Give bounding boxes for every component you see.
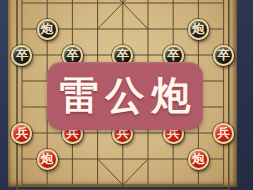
board-point-8-6: 兵 [211,120,236,146]
piece-red-pawn[interactable]: 兵 [213,123,234,144]
piece-black-pawn[interactable]: 卒 [11,45,32,66]
xiangqi-screenshot: 炮炮卒卒卒卒卒兵兵兵兵兵炮炮 雷公炮 [0,0,253,190]
board-point-1-2: 炮 [35,16,60,42]
piece-black-pawn[interactable]: 卒 [213,45,234,66]
piece-black-cannon[interactable]: 炮 [188,19,209,40]
board-point-0-3: 卒 [9,42,34,68]
board-point-8-3: 卒 [211,42,236,68]
board-point-7-2: 炮 [186,16,211,42]
opening-name-label: 雷公炮 [60,69,198,123]
board-point-0-6: 兵 [9,120,34,146]
opening-name-banner: 雷公炮 [47,62,203,130]
piece-red-cannon[interactable]: 炮 [37,149,58,170]
board-point-7-7: 炮 [186,146,211,172]
piece-black-cannon[interactable]: 炮 [37,19,58,40]
piece-red-cannon[interactable]: 炮 [188,149,209,170]
piece-red-pawn[interactable]: 兵 [11,123,32,144]
board-point-1-7: 炮 [35,146,60,172]
